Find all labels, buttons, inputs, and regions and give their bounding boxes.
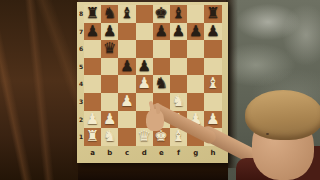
square-a1[interactable]: ♜ — [84, 128, 101, 146]
file-label-d: d — [136, 146, 153, 160]
square-g6[interactable] — [187, 40, 204, 58]
wall-below-board — [78, 162, 228, 180]
square-c2[interactable] — [118, 111, 135, 129]
square-a8[interactable]: ♜ — [84, 5, 101, 23]
wall-left — [0, 0, 78, 180]
square-a5[interactable] — [84, 58, 101, 76]
square-b7[interactable]: ♟ — [101, 23, 118, 41]
piece-black-pawn-g7[interactable]: ♟ — [187, 23, 204, 41]
piece-black-pawn-a7[interactable]: ♟ — [84, 23, 101, 41]
square-b4[interactable] — [101, 75, 118, 93]
square-c5[interactable]: ♟ — [118, 58, 135, 76]
square-e8[interactable]: ♚ — [153, 5, 170, 23]
piece-black-pawn-c5[interactable]: ♟ — [118, 58, 135, 76]
file-label-a: a — [84, 146, 101, 160]
square-d8[interactable] — [136, 5, 153, 23]
square-a2[interactable]: ♟ — [84, 111, 101, 129]
square-b5[interactable] — [101, 58, 118, 76]
square-g4[interactable] — [187, 75, 204, 93]
square-g2[interactable]: ♟ — [187, 111, 204, 129]
square-h1[interactable]: ♜ — [204, 128, 221, 146]
piece-white-bishop-h4[interactable]: ♝ — [204, 75, 221, 93]
square-f4[interactable] — [170, 75, 187, 93]
square-c7[interactable] — [118, 23, 135, 41]
square-f8[interactable]: ♝ — [170, 5, 187, 23]
square-e6[interactable] — [153, 40, 170, 58]
file-label-c: c — [118, 146, 135, 160]
square-h5[interactable] — [204, 58, 221, 76]
piece-black-knight-e4[interactable]: ♞ — [153, 75, 170, 93]
piece-white-pawn-b2[interactable]: ♟ — [101, 111, 118, 129]
piece-black-pawn-h7[interactable]: ♟ — [204, 23, 221, 41]
square-a6[interactable] — [84, 40, 101, 58]
square-c8[interactable]: ♝ — [118, 5, 135, 23]
square-f3[interactable]: ♞ — [170, 93, 187, 111]
square-b2[interactable]: ♟ — [101, 111, 118, 129]
square-h2[interactable]: ♟ — [204, 111, 221, 129]
square-b8[interactable]: ♞ — [101, 5, 118, 23]
square-g1[interactable] — [187, 128, 204, 146]
square-b3[interactable] — [101, 93, 118, 111]
piece-white-knight-f3[interactable]: ♞ — [170, 93, 187, 111]
piece-white-king-e1[interactable]: ♚ — [153, 128, 170, 146]
square-d6[interactable] — [136, 40, 153, 58]
square-f2[interactable]: ♟ — [170, 111, 187, 129]
piece-white-pawn-c3[interactable]: ♟ — [118, 93, 135, 111]
piece-black-knight-b8[interactable]: ♞ — [101, 5, 118, 23]
square-h3[interactable] — [204, 93, 221, 111]
square-d1[interactable]: ♛ — [136, 128, 153, 146]
piece-black-pawn-b7[interactable]: ♟ — [101, 23, 118, 41]
square-g7[interactable]: ♟ — [187, 23, 204, 41]
piece-black-rook-a8[interactable]: ♜ — [84, 5, 101, 23]
square-f5[interactable] — [170, 58, 187, 76]
square-g8[interactable] — [187, 5, 204, 23]
piece-black-king-e8[interactable]: ♚ — [153, 5, 170, 23]
piece-white-pawn-h2[interactable]: ♟ — [204, 111, 221, 129]
piece-white-pawn-a2[interactable]: ♟ — [84, 111, 101, 129]
file-label-g: g — [187, 146, 204, 160]
piece-black-bishop-f8[interactable]: ♝ — [170, 5, 187, 23]
square-h6[interactable] — [204, 40, 221, 58]
piece-white-rook-a1[interactable]: ♜ — [84, 128, 101, 146]
square-a7[interactable]: ♟ — [84, 23, 101, 41]
square-e3[interactable] — [153, 93, 170, 111]
square-g3[interactable] — [187, 93, 204, 111]
square-e5[interactable] — [153, 58, 170, 76]
file-label-e: e — [153, 146, 170, 160]
square-e2[interactable] — [153, 111, 170, 129]
piece-white-pawn-d4[interactable]: ♟ — [136, 75, 153, 93]
chess-grid[interactable]: ♜♞♝♚♝♜♟♟♟♟♟♟♛♟♟♟♞♝♟♞♟♟♟♟♟♜♞♛♚♝♜ — [84, 5, 222, 146]
square-c1[interactable] — [118, 128, 135, 146]
square-c6[interactable] — [118, 40, 135, 58]
piece-black-pawn-e7[interactable]: ♟ — [153, 23, 170, 41]
file-label-h: h — [204, 146, 221, 160]
file-labels: abcdefgh — [84, 146, 222, 160]
square-b6[interactable]: ♛ — [101, 40, 118, 58]
piece-black-queen-b6[interactable]: ♛ — [101, 40, 118, 58]
file-label-b: b — [101, 146, 118, 160]
square-d4[interactable]: ♟ — [136, 75, 153, 93]
piece-black-pawn-d5[interactable]: ♟ — [136, 58, 153, 76]
piece-black-rook-h8[interactable]: ♜ — [204, 5, 221, 23]
square-d2[interactable] — [136, 111, 153, 129]
square-a4[interactable] — [84, 75, 101, 93]
piece-black-bishop-c8[interactable]: ♝ — [118, 5, 135, 23]
file-label-f: f — [170, 146, 187, 160]
square-f6[interactable] — [170, 40, 187, 58]
square-c3[interactable]: ♟ — [118, 93, 135, 111]
square-f7[interactable]: ♟ — [170, 23, 187, 41]
square-h4[interactable]: ♝ — [204, 75, 221, 93]
square-e4[interactable]: ♞ — [153, 75, 170, 93]
square-d3[interactable] — [136, 93, 153, 111]
square-g5[interactable] — [187, 58, 204, 76]
piece-white-pawn-g2[interactable]: ♟ — [187, 111, 204, 129]
piece-white-pawn-f2[interactable]: ♟ — [170, 111, 187, 129]
piece-black-pawn-f7[interactable]: ♟ — [170, 23, 187, 41]
chalk-wall-right — [226, 0, 320, 180]
square-d7[interactable] — [136, 23, 153, 41]
scene: 87654321 ♜♞♝♚♝♜♟♟♟♟♟♟♛♟♟♟♞♝♟♞♟♟♟♟♟♜♞♛♚♝♜… — [0, 0, 320, 180]
square-d5[interactable]: ♟ — [136, 58, 153, 76]
square-e7[interactable]: ♟ — [153, 23, 170, 41]
piece-white-bishop-f1[interactable]: ♝ — [170, 128, 187, 146]
square-h7[interactable]: ♟ — [204, 23, 221, 41]
piece-white-rook-h1[interactable]: ♜ — [204, 128, 221, 146]
square-f1[interactable]: ♝ — [170, 128, 187, 146]
square-a3[interactable] — [84, 93, 101, 111]
square-e1[interactable]: ♚ — [153, 128, 170, 146]
piece-white-knight-b1[interactable]: ♞ — [101, 128, 118, 146]
demo-chessboard: 87654321 ♜♞♝♚♝♜♟♟♟♟♟♟♛♟♟♟♞♝♟♞♟♟♟♟♟♜♞♛♚♝♜… — [77, 2, 228, 163]
square-c4[interactable] — [118, 75, 135, 93]
square-b1[interactable]: ♞ — [101, 128, 118, 146]
square-h8[interactable]: ♜ — [204, 5, 221, 23]
piece-white-queen-d1[interactable]: ♛ — [136, 128, 153, 146]
